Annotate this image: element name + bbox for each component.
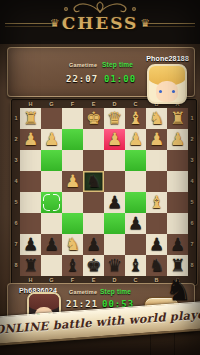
rank-label: 4 — [12, 171, 20, 192]
board-grid: ♜♚♛♝♞♜♟♟♟♟♟♟♟♞♟♝♟♟♟♞♟♟♟♜♝♚♛♝♞♜ — [20, 108, 188, 276]
crown-icon-right: ♛ — [140, 17, 150, 29]
square-d8[interactable]: ♛ — [104, 255, 125, 276]
piece-wB: ♝ — [146, 192, 167, 213]
piece-wR: ♜ — [167, 108, 188, 129]
square-h7[interactable]: ♟ — [20, 234, 41, 255]
file-label: H — [20, 100, 41, 108]
square-g6[interactable] — [41, 213, 62, 234]
square-h8[interactable]: ♜ — [20, 255, 41, 276]
square-a2[interactable]: ♟ — [167, 129, 188, 150]
rank-labels-left: 12345678 — [12, 108, 20, 276]
square-d1[interactable]: ♛ — [104, 108, 125, 129]
square-f6[interactable] — [62, 213, 83, 234]
file-label: G — [41, 100, 62, 108]
square-c6[interactable]: ♟ — [125, 213, 146, 234]
square-e8[interactable]: ♚ — [83, 255, 104, 276]
rank-label: 2 — [188, 129, 196, 150]
square-f2[interactable] — [62, 129, 83, 150]
piece-wP: ♟ — [104, 129, 125, 150]
file-label: C — [125, 100, 146, 108]
square-h2[interactable]: ♟ — [20, 129, 41, 150]
opponent-panel: Gametime Step time 22:07 01:00 Phone2818… — [7, 47, 195, 97]
opponent-steptime-label: Step time — [102, 61, 133, 68]
piece-bQ: ♛ — [104, 255, 125, 276]
piece-bP: ♟ — [104, 192, 125, 213]
opponent-avatar[interactable] — [147, 64, 187, 104]
rank-label: 6 — [12, 213, 20, 234]
square-f8[interactable]: ♝ — [62, 255, 83, 276]
square-g2[interactable]: ♟ — [41, 129, 62, 150]
piece-bP: ♟ — [41, 234, 62, 255]
square-d6[interactable] — [104, 213, 125, 234]
piece-bP: ♟ — [146, 234, 167, 255]
square-e6[interactable] — [83, 213, 104, 234]
piece-bP: ♟ — [20, 234, 41, 255]
square-c2[interactable]: ♟ — [125, 129, 146, 150]
piece-bN: ♞ — [83, 171, 104, 192]
piece-wP: ♟ — [167, 129, 188, 150]
opponent-steptime-clock: 01:00 — [104, 74, 136, 84]
square-b2[interactable]: ♟ — [146, 129, 167, 150]
piece-wR: ♜ — [20, 108, 41, 129]
square-e2[interactable] — [83, 129, 104, 150]
opponent-gametime-clock: 22:07 — [66, 74, 98, 84]
piece-bP: ♟ — [125, 213, 146, 234]
opponent-name: Phone28188 — [146, 55, 189, 62]
player-steptime-label: Step time — [100, 288, 131, 295]
chess-board: HGFEDCBA HGFEDCBA 12345678 12345678 ♜♚♛♝… — [11, 99, 197, 285]
square-b5[interactable]: ♝ — [146, 192, 167, 213]
piece-wP: ♟ — [41, 129, 62, 150]
rank-label: 1 — [188, 108, 196, 129]
app-header: ♛CHESS♛ — [0, 0, 200, 46]
square-g1[interactable] — [41, 108, 62, 129]
rank-label: 1 — [12, 108, 20, 129]
square-b1[interactable]: ♞ — [146, 108, 167, 129]
square-f5[interactable] — [62, 192, 83, 213]
square-e7[interactable]: ♟ — [83, 234, 104, 255]
avatar-eye — [172, 90, 175, 93]
square-g5[interactable] — [41, 192, 62, 213]
knight-icon: ♞ — [165, 275, 192, 305]
rank-label: 7 — [12, 234, 20, 255]
piece-wK: ♚ — [83, 108, 104, 129]
file-label: D — [104, 100, 125, 108]
square-d5[interactable]: ♟ — [104, 192, 125, 213]
hint-bracket-icon — [53, 204, 60, 211]
rank-label: 3 — [188, 150, 196, 171]
piece-wP: ♟ — [20, 129, 41, 150]
hint-bracket-icon — [53, 194, 60, 201]
square-b3[interactable] — [146, 150, 167, 171]
rank-label: 6 — [188, 213, 196, 234]
square-h5[interactable] — [20, 192, 41, 213]
square-h4[interactable] — [20, 171, 41, 192]
piece-bP: ♟ — [167, 234, 188, 255]
piece-bP: ♟ — [83, 234, 104, 255]
piece-wP: ♟ — [62, 171, 83, 192]
avatar-eye — [159, 90, 162, 93]
square-c8[interactable]: ♝ — [125, 255, 146, 276]
rank-label: 7 — [188, 234, 196, 255]
opponent-gametime-label: Gametime — [69, 62, 97, 68]
piece-wB: ♝ — [125, 108, 146, 129]
square-a3[interactable] — [167, 150, 188, 171]
square-f4[interactable]: ♟ — [62, 171, 83, 192]
square-d7[interactable] — [104, 234, 125, 255]
square-e5[interactable] — [83, 192, 104, 213]
square-e3[interactable] — [83, 150, 104, 171]
piece-wN: ♞ — [146, 108, 167, 129]
square-c3[interactable] — [125, 150, 146, 171]
file-label: E — [83, 100, 104, 108]
player-gametime-clock: 21:21 — [66, 299, 98, 309]
piece-bB: ♝ — [62, 255, 83, 276]
square-d2[interactable]: ♟ — [104, 129, 125, 150]
square-g3[interactable] — [41, 150, 62, 171]
square-d4[interactable] — [104, 171, 125, 192]
square-g7[interactable]: ♟ — [41, 234, 62, 255]
square-a4[interactable] — [167, 171, 188, 192]
rank-label: 2 — [12, 129, 20, 150]
piece-bB: ♝ — [125, 255, 146, 276]
square-a6[interactable] — [167, 213, 188, 234]
square-d3[interactable] — [104, 150, 125, 171]
square-g4[interactable] — [41, 171, 62, 192]
square-c1[interactable]: ♝ — [125, 108, 146, 129]
square-f3[interactable] — [62, 150, 83, 171]
rank-label: 4 — [188, 171, 196, 192]
square-b6[interactable] — [146, 213, 167, 234]
file-label: F — [62, 100, 83, 108]
piece-bK: ♚ — [83, 255, 104, 276]
square-e1[interactable]: ♚ — [83, 108, 104, 129]
square-b8[interactable]: ♞ — [146, 255, 167, 276]
square-h3[interactable] — [20, 150, 41, 171]
hint-bracket-icon — [43, 194, 50, 201]
wood-plank-line — [174, 329, 175, 355]
square-b7[interactable]: ♟ — [146, 234, 167, 255]
hint-bracket-icon — [43, 204, 50, 211]
piece-bN: ♞ — [146, 255, 167, 276]
square-f7[interactable]: ♞ — [62, 234, 83, 255]
rank-label: 8 — [12, 255, 20, 276]
square-c7[interactable] — [125, 234, 146, 255]
page-title: CHESS — [62, 13, 139, 33]
square-e4[interactable]: ♞ — [83, 171, 104, 192]
piece-wP: ♟ — [146, 129, 167, 150]
square-c4[interactable] — [125, 171, 146, 192]
square-a7[interactable]: ♟ — [167, 234, 188, 255]
square-a1[interactable]: ♜ — [167, 108, 188, 129]
square-g8[interactable] — [41, 255, 62, 276]
rank-label: 5 — [12, 192, 20, 213]
rank-labels-right: 12345678 — [188, 108, 196, 276]
piece-wQ: ♛ — [104, 108, 125, 129]
player-gametime-label: Gametime — [69, 289, 97, 295]
crown-icon-left: ♛ — [50, 17, 60, 29]
square-h6[interactable] — [20, 213, 41, 234]
square-f1[interactable] — [62, 108, 83, 129]
piece-bR: ♜ — [20, 255, 41, 276]
rank-label: 3 — [12, 150, 20, 171]
piece-wN: ♞ — [62, 234, 83, 255]
square-a5[interactable] — [167, 192, 188, 213]
square-b4[interactable] — [146, 171, 167, 192]
rank-label: 5 — [188, 192, 196, 213]
square-h1[interactable]: ♜ — [20, 108, 41, 129]
square-c5[interactable] — [125, 192, 146, 213]
piece-wP: ♟ — [125, 129, 146, 150]
